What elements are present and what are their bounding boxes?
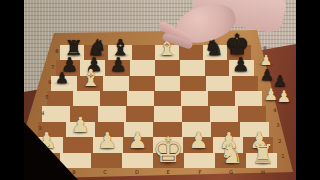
file-label-c: C [103,169,107,174]
piece-black-pawn[interactable]: ♟ [55,71,68,86]
square-d6[interactable] [129,76,155,91]
file-label-f: F [198,169,201,174]
square-e6[interactable] [155,76,181,91]
square-a4[interactable] [42,106,70,121]
piece-white-pawn[interactable]: ♟ [97,129,117,151]
piece-white-bishop[interactable]: ♝ [80,67,101,90]
file-label-b: B [72,169,76,174]
video-frame: ABCDEFGH1122334455667788 ♜♞♝♝♞♚♟♟♟♟♝♟♟♟♟… [0,0,320,180]
square-g7[interactable] [205,60,230,75]
file-label-g: G [229,169,233,174]
square-h5[interactable] [235,91,262,106]
letterbox-bar-left [0,0,24,180]
square-f4[interactable] [182,106,210,121]
file-label-e: E [167,169,170,174]
rank-label-right-1: 1 [281,153,284,158]
piece-white-pawn[interactable]: ♟ [128,129,148,151]
square-g5[interactable] [208,91,235,106]
square-f1[interactable] [184,153,215,168]
rank-label-left-5: 5 [45,95,48,100]
piece-black-pawn[interactable]: ♟ [110,55,127,74]
square-e7[interactable] [155,60,180,75]
square-g6[interactable] [206,76,232,91]
square-d8[interactable] [132,45,156,60]
square-c6[interactable] [103,76,129,91]
piece-white-pawn[interactable]: ♟ [71,115,90,136]
square-f7[interactable] [180,60,205,75]
square-a5[interactable] [47,91,74,106]
piece-white-pawn[interactable]: ♟ [277,89,291,105]
rank-label-right-4: 4 [274,107,277,112]
square-d4[interactable] [126,106,154,121]
square-d7[interactable] [130,60,155,75]
piece-white-rook[interactable]: ♜ [251,141,274,167]
square-b2[interactable] [63,137,93,152]
square-d5[interactable] [127,91,154,106]
rank-label-left-6: 6 [48,79,51,84]
rank-label-left-8: 8 [55,49,58,54]
square-h4[interactable] [238,106,266,121]
square-e5[interactable] [154,91,181,106]
square-c4[interactable] [98,106,126,121]
piece-white-knight[interactable]: ♞ [219,140,243,167]
square-g4[interactable] [210,106,238,121]
square-e4[interactable] [154,106,182,121]
piece-white-king[interactable]: ♚ [153,133,184,168]
square-b5[interactable] [73,91,100,106]
piece-white-pawn[interactable]: ♟ [189,129,209,151]
square-c5[interactable] [100,91,127,106]
rank-label-right-2: 2 [279,138,282,143]
piece-black-pawn[interactable]: ♟ [232,55,249,74]
letterbox-bar-right [296,0,320,180]
rank-label-left-4: 4 [42,110,45,115]
rank-label-right-8: 8 [263,46,266,51]
square-h6[interactable] [232,76,258,91]
piece-white-pawn[interactable]: ♟ [260,53,273,67]
square-f6[interactable] [180,76,206,91]
square-f5[interactable] [181,91,208,106]
rank-label-right-3: 3 [276,123,279,128]
piece-black-pawn[interactable]: ♟ [260,68,273,83]
file-label-d: D [135,169,139,174]
square-d1[interactable] [122,153,153,168]
square-c1[interactable] [91,153,122,168]
file-label-h: H [261,169,265,174]
